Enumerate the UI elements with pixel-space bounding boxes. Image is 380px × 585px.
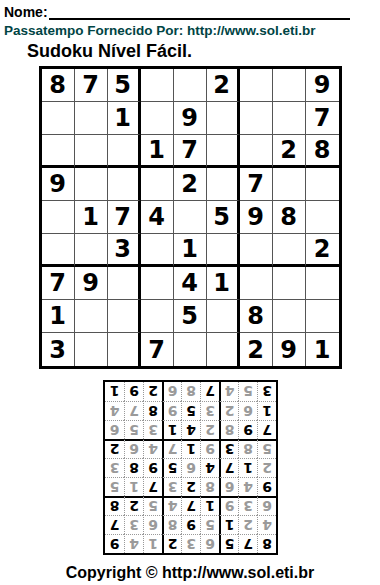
- puzzle-cell-r7c3: [108, 267, 141, 300]
- puzzle-cell-r6c7: [240, 234, 273, 267]
- solution-cell-r6c7: 4: [143, 439, 162, 458]
- puzzle-cell-r2c6: [207, 102, 240, 135]
- solution-cell-r7c9: 6: [105, 420, 124, 439]
- solution-cell-r6c8: 6: [124, 439, 143, 458]
- puzzle-cell-r6c1: [42, 234, 75, 267]
- puzzle-cell-r9c6: [207, 333, 240, 366]
- solution-cell-r9c2: 5: [238, 382, 257, 401]
- puzzle-cell-r7c1: 7: [42, 267, 75, 300]
- solution-cell-r9c8: 9: [124, 382, 143, 401]
- solution-cell-r1c3: 5: [219, 534, 238, 553]
- solution-cell-r6c3: 3: [219, 439, 238, 458]
- page-title: Sudoku Nível Fácil.: [27, 41, 380, 62]
- puzzle-cell-r7c8: [273, 267, 306, 300]
- solution-cell-r5c3: 7: [219, 458, 238, 477]
- puzzle-cell-r8c7: 8: [240, 300, 273, 333]
- puzzle-cell-r8c1: 1: [42, 300, 75, 333]
- solution-cell-r1c1: 8: [257, 534, 276, 553]
- puzzle-cell-r7c4: [141, 267, 174, 300]
- puzzle-cell-r1c8: [273, 69, 306, 102]
- solution-cell-r8c6: 9: [162, 401, 181, 420]
- puzzle-cell-r9c7: 2: [240, 333, 273, 366]
- solution-cell-r1c8: 4: [124, 534, 143, 553]
- solution-cell-r4c2: 4: [238, 477, 257, 496]
- solution-cell-r7c8: 5: [124, 420, 143, 439]
- solution-cell-r2c4: 5: [200, 515, 219, 534]
- puzzle-cell-r9c3: [108, 333, 141, 366]
- puzzle-cell-r8c9: [306, 300, 339, 333]
- solution-cell-r2c9: 7: [105, 515, 124, 534]
- puzzle-cell-r8c8: [273, 300, 306, 333]
- puzzle-cell-r7c6: 1: [207, 267, 240, 300]
- solution-cell-r1c4: 6: [200, 534, 219, 553]
- puzzle-cell-r8c5: 5: [174, 300, 207, 333]
- solution-cell-r6c9: 2: [105, 439, 124, 458]
- solution-cell-r2c8: 3: [124, 515, 143, 534]
- solution-cell-r3c4: 1: [200, 496, 219, 515]
- puzzle-cell-r9c2: [75, 333, 108, 366]
- solution-cell-r7c2: 9: [238, 420, 257, 439]
- solution-cell-r3c5: 7: [181, 496, 200, 515]
- puzzle-cell-r5c7: 9: [240, 201, 273, 234]
- solution-cell-r9c3: 4: [219, 382, 238, 401]
- solution-cell-r8c9: 4: [105, 401, 124, 420]
- solution-cell-r3c6: 4: [162, 496, 181, 515]
- puzzle-cell-r5c2: 1: [75, 201, 108, 234]
- solution-cell-r9c5: 8: [181, 382, 200, 401]
- puzzle-cell-r4c2: [75, 168, 108, 201]
- puzzle-grid: 875291971728927174598312794115837291: [39, 66, 342, 369]
- puzzle-cell-r3c8: 2: [273, 135, 306, 168]
- puzzle-cell-r3c2: [75, 135, 108, 168]
- solution-cell-r8c4: 3: [200, 401, 219, 420]
- puzzle-cell-r3c4: 1: [141, 135, 174, 168]
- puzzle-cell-r6c8: [273, 234, 306, 267]
- puzzle-cell-r1c1: 8: [42, 69, 75, 102]
- solution-cell-r5c1: 2: [257, 458, 276, 477]
- puzzle-cell-r9c9: 1: [306, 333, 339, 366]
- puzzle-cell-r7c5: 4: [174, 267, 207, 300]
- solution-cell-r1c6: 2: [162, 534, 181, 553]
- solution-cell-r1c5: 3: [181, 534, 200, 553]
- solution-cell-r6c5: 1: [181, 439, 200, 458]
- puzzle-cell-r5c3: 7: [108, 201, 141, 234]
- puzzle-cell-r4c3: [108, 168, 141, 201]
- puzzle-cell-r4c5: 2: [174, 168, 207, 201]
- puzzle-cell-r8c3: [108, 300, 141, 333]
- puzzle-cell-r3c5: 7: [174, 135, 207, 168]
- puzzle-cell-r2c5: 9: [174, 102, 207, 135]
- puzzle-cell-r2c9: 7: [306, 102, 339, 135]
- solution-cell-r6c1: 5: [257, 439, 276, 458]
- puzzle-cell-r3c6: [207, 135, 240, 168]
- solution-grid: 8756321494215986376391745289468237152174…: [103, 380, 278, 555]
- solution-cell-r6c2: 8: [238, 439, 257, 458]
- puzzle-cell-r4c1: 9: [42, 168, 75, 201]
- solution-cell-r3c9: 8: [105, 496, 124, 515]
- puzzle-cell-r1c6: 2: [207, 69, 240, 102]
- solution-cell-r5c7: 9: [143, 458, 162, 477]
- puzzle-cell-r3c3: [108, 135, 141, 168]
- solution-cell-r5c8: 8: [124, 458, 143, 477]
- solution-cell-r8c7: 8: [143, 401, 162, 420]
- solution-cell-r7c5: 4: [181, 420, 200, 439]
- puzzle-cell-r3c1: [42, 135, 75, 168]
- solution-cell-r5c5: 6: [181, 458, 200, 477]
- solution-cell-r8c1: 1: [257, 401, 276, 420]
- solution-cell-r3c2: 3: [238, 496, 257, 515]
- solution-cell-r2c3: 1: [219, 515, 238, 534]
- puzzle-cell-r4c9: [306, 168, 339, 201]
- solution-cell-r9c7: 2: [143, 382, 162, 401]
- solution-cell-r9c4: 7: [200, 382, 219, 401]
- puzzle-cell-r7c2: 9: [75, 267, 108, 300]
- puzzle-cell-r1c4: [141, 69, 174, 102]
- puzzle-cell-r4c4: [141, 168, 174, 201]
- puzzle-cell-r1c2: 7: [75, 69, 108, 102]
- solution-cell-r5c2: 1: [238, 458, 257, 477]
- puzzle-cell-r4c8: [273, 168, 306, 201]
- solution-cell-r7c1: 7: [257, 420, 276, 439]
- puzzle-cell-r3c9: 8: [306, 135, 339, 168]
- copyright-line: Copyright © http://www.sol.eti.br: [0, 564, 380, 582]
- solution-cell-r7c7: 3: [143, 420, 162, 439]
- solution-cell-r2c7: 6: [143, 515, 162, 534]
- puzzle-cell-r5c8: 8: [273, 201, 306, 234]
- name-row: Nome:: [0, 0, 380, 20]
- solution-cell-r4c5: 2: [181, 477, 200, 496]
- name-label: Nome:: [4, 4, 48, 20]
- puzzle-cell-r2c3: 1: [108, 102, 141, 135]
- puzzle-cell-r5c4: 4: [141, 201, 174, 234]
- puzzle-cell-r5c1: [42, 201, 75, 234]
- solution-cell-r2c6: 8: [162, 515, 181, 534]
- puzzle-cell-r6c4: [141, 234, 174, 267]
- solution-cell-r6c4: 9: [200, 439, 219, 458]
- solution-cell-r2c2: 2: [238, 515, 257, 534]
- solution-cell-r8c2: 6: [238, 401, 257, 420]
- solution-cell-r3c7: 5: [143, 496, 162, 515]
- puzzle-cell-r9c8: 9: [273, 333, 306, 366]
- solution-cell-r6c6: 7: [162, 439, 181, 458]
- solution-cell-r5c6: 5: [162, 458, 181, 477]
- puzzle-cell-r9c1: 3: [42, 333, 75, 366]
- name-blank-line: [49, 5, 350, 20]
- puzzle-cell-r7c7: [240, 267, 273, 300]
- puzzle-cell-r1c7: [240, 69, 273, 102]
- solution-cell-r3c3: 9: [219, 496, 238, 515]
- puzzle-cell-r1c9: 9: [306, 69, 339, 102]
- solution-cell-r8c5: 5: [181, 401, 200, 420]
- solution-cell-r5c9: 3: [105, 458, 124, 477]
- puzzle-cell-r5c9: [306, 201, 339, 234]
- provided-by-line: Passatempo Fornecido Por: http://www.sol…: [0, 20, 380, 38]
- solution-cell-r7c4: 2: [200, 420, 219, 439]
- puzzle-cell-r9c4: 7: [141, 333, 174, 366]
- puzzle-cell-r2c7: [240, 102, 273, 135]
- puzzle-cell-r9c5: [174, 333, 207, 366]
- solution-cell-r3c1: 6: [257, 496, 276, 515]
- puzzle-cell-r6c6: [207, 234, 240, 267]
- puzzle-cell-r3c7: [240, 135, 273, 168]
- puzzle-cell-r6c3: 3: [108, 234, 141, 267]
- puzzle-cell-r6c9: 2: [306, 234, 339, 267]
- solution-cell-r1c9: 9: [105, 534, 124, 553]
- solution-cell-r1c7: 1: [143, 534, 162, 553]
- puzzle-cell-r2c1: [42, 102, 75, 135]
- puzzle-cell-r5c6: 5: [207, 201, 240, 234]
- puzzle-cell-r2c2: [75, 102, 108, 135]
- solution-cell-r9c9: 1: [105, 382, 124, 401]
- puzzle-cell-r8c6: [207, 300, 240, 333]
- solution-cell-r7c3: 8: [219, 420, 238, 439]
- solution-cell-r7c6: 1: [162, 420, 181, 439]
- solution-cell-r2c5: 9: [181, 515, 200, 534]
- puzzle-cell-r4c6: [207, 168, 240, 201]
- solution-cell-r9c6: 6: [162, 382, 181, 401]
- solution-cell-r2c1: 4: [257, 515, 276, 534]
- solution-cell-r8c3: 2: [219, 401, 238, 420]
- puzzle-cell-r5c5: [174, 201, 207, 234]
- solution-cell-r8c8: 7: [124, 401, 143, 420]
- solution-cell-r9c1: 3: [257, 382, 276, 401]
- puzzle-cell-r8c4: [141, 300, 174, 333]
- solution-cell-r4c1: 9: [257, 477, 276, 496]
- solution-cell-r4c3: 6: [219, 477, 238, 496]
- puzzle-cell-r4c7: 7: [240, 168, 273, 201]
- puzzle-cell-r7c9: [306, 267, 339, 300]
- solution-cell-r4c9: 5: [105, 477, 124, 496]
- puzzle-cell-r6c5: 1: [174, 234, 207, 267]
- solution-cell-r4c7: 7: [143, 477, 162, 496]
- puzzle-cell-r2c8: [273, 102, 306, 135]
- puzzle-cell-r6c2: [75, 234, 108, 267]
- puzzle-cell-r2c4: [141, 102, 174, 135]
- solution-cell-r4c8: 1: [124, 477, 143, 496]
- solution-cell-r4c4: 8: [200, 477, 219, 496]
- solution-cell-r5c4: 4: [200, 458, 219, 477]
- puzzle-cell-r1c3: 5: [108, 69, 141, 102]
- puzzle-cell-r1c5: [174, 69, 207, 102]
- solution-cell-r1c2: 7: [238, 534, 257, 553]
- solution-cell-r4c6: 3: [162, 477, 181, 496]
- solution-cell-r3c8: 2: [124, 496, 143, 515]
- puzzle-cell-r8c2: [75, 300, 108, 333]
